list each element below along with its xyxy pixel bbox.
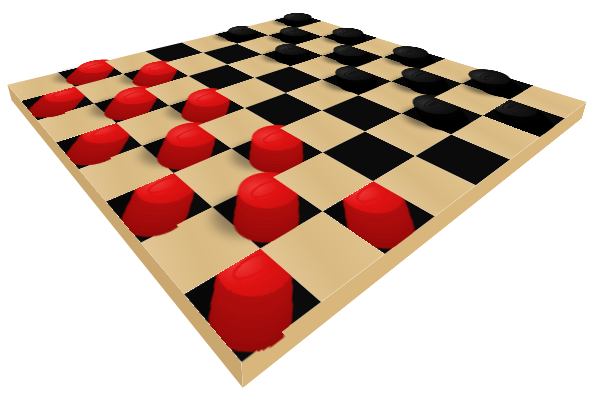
- black-man-glyph: ⛂: [278, 26, 312, 36]
- black-man-glyph: ⛂: [331, 27, 365, 38]
- red-man-glyph: ⛀: [140, 60, 180, 76]
- square-r5c6[interactable]: ⛂: [391, 69, 461, 97]
- red-man-glyph: ⛀: [78, 59, 116, 74]
- checkers-board: ⛀⛂⛂⛀⛀⛂⛀⛂⛂⛀⛀⛂⛀⛂⛂⛀⛀⛂⛀⛂⛂⛀⛀⛂: [7, 14, 586, 362]
- black-man-glyph: ⛂: [467, 68, 513, 85]
- black-man-glyph: ⛂: [274, 43, 311, 56]
- scene: ⛀⛂⛂⛀⛀⛂⛀⛂⛂⛀⛀⛂⛀⛂⛂⛀⛀⛂⛀⛂⛂⛀⛀⛂: [0, 0, 600, 400]
- black-man-glyph: ⛂: [282, 12, 313, 21]
- checker-black[interactable]: ⛂: [461, 66, 517, 88]
- black-man-glyph: ⛂: [391, 45, 430, 58]
- checker-black[interactable]: ⛂: [278, 11, 317, 22]
- square-r4c7[interactable]: ⛂: [383, 48, 445, 70]
- black-man-glyph: ⛂: [227, 25, 260, 35]
